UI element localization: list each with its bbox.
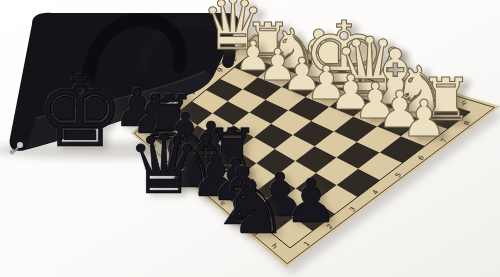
product-photo-scene: aabbccddeeffgghh1122334455667788 ♛♜♞♝♚♛♝… <box>0 0 500 277</box>
carrying-bag <box>0 0 500 277</box>
